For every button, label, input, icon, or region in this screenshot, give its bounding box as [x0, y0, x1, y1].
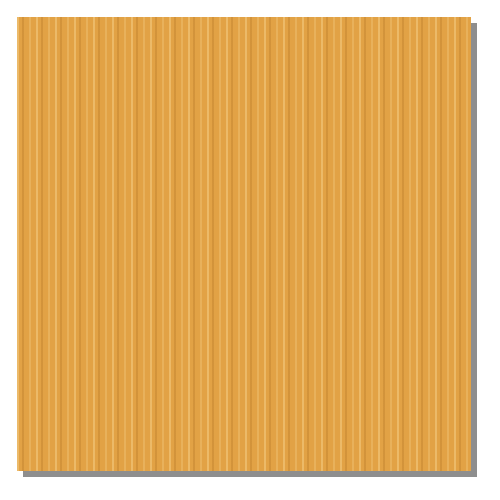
- go-board[interactable]: [17, 17, 471, 471]
- go-board-diagram: [0, 0, 500, 500]
